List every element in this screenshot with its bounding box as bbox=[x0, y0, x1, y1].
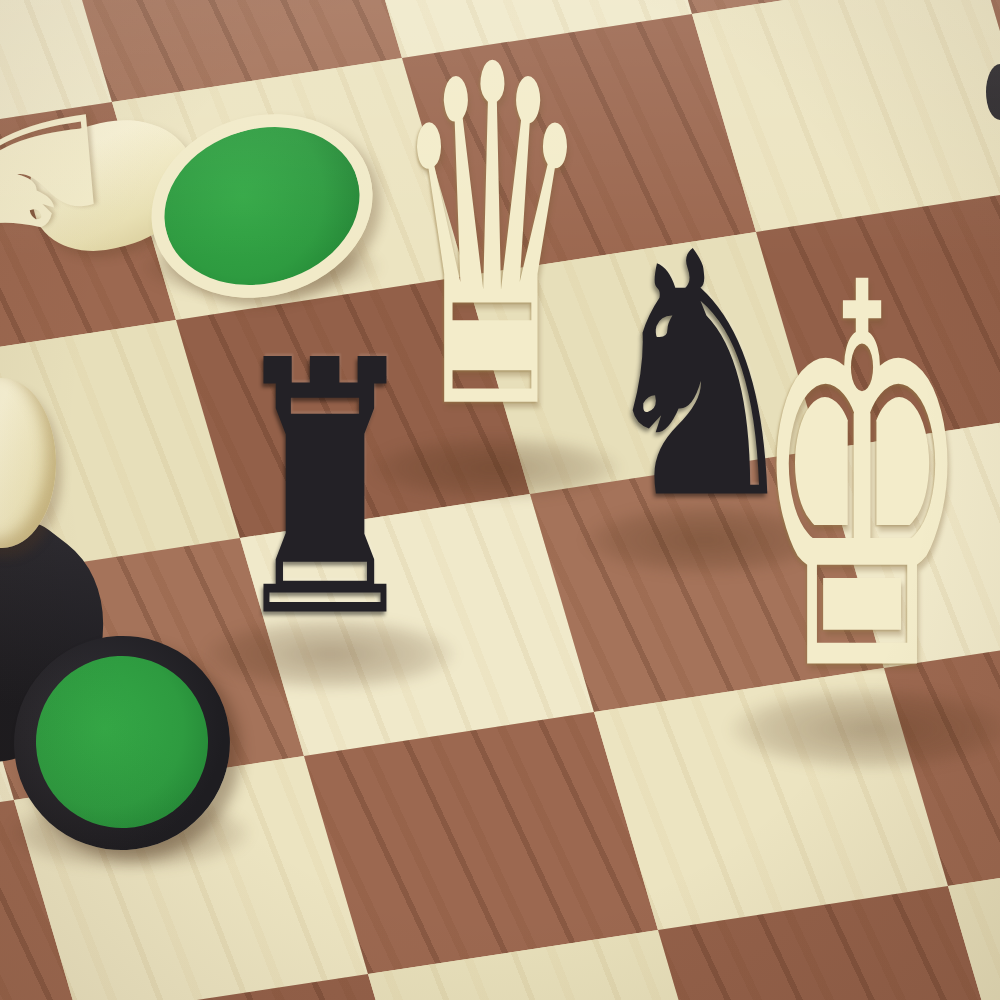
chessboard-photo: ♞ ♛ ♞ ♜ ♚ bbox=[0, 0, 1000, 1000]
black-rook[interactable]: ♜ bbox=[208, 315, 442, 665]
white-king[interactable]: ♚ bbox=[751, 217, 973, 745]
